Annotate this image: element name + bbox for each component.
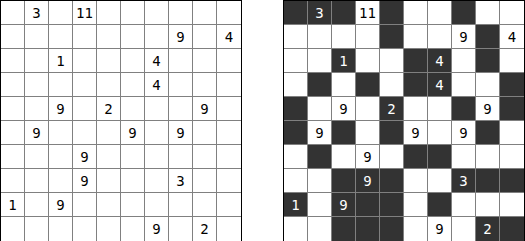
solution-cell-r8c7 — [452, 193, 476, 217]
solution-cell-r7c4 — [380, 169, 404, 193]
puzzle-cell-r1c0[interactable] — [1, 25, 25, 49]
puzzle-cell-r5c5[interactable]: 9 — [121, 121, 145, 145]
puzzle-cell-r1c2[interactable] — [49, 25, 73, 49]
puzzle-cell-r7c2[interactable] — [49, 169, 73, 193]
solution-cell-r8c2: 9 — [332, 193, 356, 217]
puzzle-cell-r7c8[interactable] — [193, 169, 217, 193]
puzzle-cell-r0c3[interactable]: 11 — [73, 1, 97, 25]
puzzle-cell-r2c3[interactable] — [73, 49, 97, 73]
solution-cell-r5c2 — [332, 121, 356, 145]
puzzle-and-solution-pair: 311941449299999931992 311941449299999931… — [0, 0, 525, 241]
puzzle-cell-r9c3[interactable] — [73, 217, 97, 241]
solution-cell-r3c8 — [476, 73, 500, 97]
puzzle-cell-r4c3[interactable] — [73, 97, 97, 121]
puzzle-cell-r9c0[interactable] — [1, 217, 25, 241]
puzzle-cell-r8c0[interactable]: 1 — [1, 193, 25, 217]
solution-cell-r3c0 — [284, 73, 308, 97]
solution-cell-r7c7: 3 — [452, 169, 476, 193]
puzzle-cell-r8c4[interactable] — [97, 193, 121, 217]
solution-cell-r2c6: 4 — [428, 49, 452, 73]
solution-cell-r4c4: 2 — [380, 97, 404, 121]
puzzle-cell-r7c4[interactable] — [97, 169, 121, 193]
puzzle-cell-r8c8[interactable] — [193, 193, 217, 217]
solution-cell-r7c2 — [332, 169, 356, 193]
puzzle-cell-r7c3[interactable]: 9 — [73, 169, 97, 193]
solution-cell-r4c1 — [308, 97, 332, 121]
puzzle-cell-r9c6[interactable]: 9 — [145, 217, 169, 241]
solution-cell-r4c6 — [428, 97, 452, 121]
solution-cell-r9c3 — [356, 217, 380, 241]
puzzle-cell-r5c1[interactable]: 9 — [25, 121, 49, 145]
puzzle-cell-r3c2[interactable] — [49, 73, 73, 97]
solution-cell-r9c2 — [332, 217, 356, 241]
solution-cell-r5c9 — [500, 121, 524, 145]
puzzle-cell-r4c1[interactable] — [25, 97, 49, 121]
solution-cell-r8c1 — [308, 193, 332, 217]
solution-cell-r0c3: 11 — [356, 1, 380, 25]
puzzle-cell-r6c2[interactable] — [49, 145, 73, 169]
solution-cell-r5c3 — [356, 121, 380, 145]
puzzle-cell-r9c8[interactable]: 2 — [193, 217, 217, 241]
puzzle-cell-r1c7[interactable]: 9 — [169, 25, 193, 49]
solution-cell-r5c8 — [476, 121, 500, 145]
puzzle-cell-r8c3[interactable] — [73, 193, 97, 217]
puzzle-cell-r4c8[interactable]: 9 — [193, 97, 217, 121]
solution-cell-r4c0 — [284, 97, 308, 121]
solution-cell-r2c0 — [284, 49, 308, 73]
puzzle-cell-r6c8[interactable] — [193, 145, 217, 169]
solution-cell-r9c7 — [452, 217, 476, 241]
solution-cell-r0c0 — [284, 1, 308, 25]
puzzle-cell-r6c9[interactable] — [217, 145, 241, 169]
solution-cell-r9c5 — [404, 217, 428, 241]
solution-cell-r6c2 — [332, 145, 356, 169]
solution-cell-r2c2: 1 — [332, 49, 356, 73]
puzzle-cell-r0c4[interactable] — [97, 1, 121, 25]
puzzle-cell-r9c2[interactable] — [49, 217, 73, 241]
puzzle-cell-r7c7[interactable]: 3 — [169, 169, 193, 193]
puzzle-cell-r2c8[interactable] — [193, 49, 217, 73]
solution-cell-r3c2 — [332, 73, 356, 97]
solution-cell-r2c9 — [500, 49, 524, 73]
puzzle-cell-r3c4[interactable] — [97, 73, 121, 97]
solution-cell-r2c8 — [476, 49, 500, 73]
solution-cell-r6c0 — [284, 145, 308, 169]
puzzle-cell-r5c2[interactable] — [49, 121, 73, 145]
puzzle-cell-r3c7[interactable] — [169, 73, 193, 97]
solution-cell-r7c0 — [284, 169, 308, 193]
puzzle-cell-r8c7[interactable] — [169, 193, 193, 217]
puzzle-cell-r1c4[interactable] — [97, 25, 121, 49]
puzzle-cell-r7c1[interactable] — [25, 169, 49, 193]
solution-cell-r4c7 — [452, 97, 476, 121]
puzzle-cell-r9c9[interactable] — [217, 217, 241, 241]
solution-cell-r1c6 — [428, 25, 452, 49]
puzzle-cell-r0c0[interactable] — [1, 1, 25, 25]
puzzle-cell-r9c4[interactable] — [97, 217, 121, 241]
puzzle-cell-r5c9[interactable] — [217, 121, 241, 145]
solution-cell-r1c1 — [308, 25, 332, 49]
puzzle-cell-r6c7[interactable] — [169, 145, 193, 169]
solution-cell-r3c4 — [380, 73, 404, 97]
puzzle-cell-r5c0[interactable] — [1, 121, 25, 145]
solution-cell-r3c1 — [308, 73, 332, 97]
solution-cell-r2c3 — [356, 49, 380, 73]
puzzle-cell-r1c9[interactable]: 4 — [217, 25, 241, 49]
puzzle-cell-r7c9[interactable] — [217, 169, 241, 193]
solution-cell-r9c4 — [380, 217, 404, 241]
puzzle-cell-r2c2[interactable]: 1 — [49, 49, 73, 73]
puzzle-cell-r8c9[interactable] — [217, 193, 241, 217]
solution-cell-r1c5 — [404, 25, 428, 49]
solution-cell-r9c6: 9 — [428, 217, 452, 241]
solution-cell-r6c8 — [476, 145, 500, 169]
solution-cell-r5c5: 9 — [404, 121, 428, 145]
solution-cell-r7c6 — [428, 169, 452, 193]
solution-cell-r6c9 — [500, 145, 524, 169]
puzzle-cell-r4c5[interactable] — [121, 97, 145, 121]
solution-cell-r9c9 — [500, 217, 524, 241]
solution-cell-r9c0 — [284, 217, 308, 241]
solution-cell-r2c5 — [404, 49, 428, 73]
solution-cell-r1c7: 9 — [452, 25, 476, 49]
solution-cell-r9c8: 2 — [476, 217, 500, 241]
solution-cell-r6c6 — [428, 145, 452, 169]
solution-cell-r0c7 — [452, 1, 476, 25]
puzzle-cell-r8c1[interactable] — [25, 193, 49, 217]
puzzle-cell-r4c0[interactable] — [1, 97, 25, 121]
puzzle-cell-r5c3[interactable] — [73, 121, 97, 145]
puzzle-cell-r6c0[interactable] — [1, 145, 25, 169]
solution-cell-r8c0: 1 — [284, 193, 308, 217]
puzzle-cell-r2c9[interactable] — [217, 49, 241, 73]
solution-cell-r6c7 — [452, 145, 476, 169]
solution-cell-r7c9 — [500, 169, 524, 193]
solution-cell-r3c5 — [404, 73, 428, 97]
puzzle-cell-r1c3[interactable] — [73, 25, 97, 49]
puzzle-cell-r3c8[interactable] — [193, 73, 217, 97]
puzzle-cell-r2c7[interactable] — [169, 49, 193, 73]
puzzle-cell-r3c0[interactable] — [1, 73, 25, 97]
puzzle-grid: 311941449299999931992 — [0, 0, 242, 241]
solution-cell-r7c8 — [476, 169, 500, 193]
puzzle-cell-r5c6[interactable] — [145, 121, 169, 145]
solution-cell-r2c1 — [308, 49, 332, 73]
solution-cell-r0c8 — [476, 1, 500, 25]
solution-cell-r5c4 — [380, 121, 404, 145]
solution-cell-r5c7: 9 — [452, 121, 476, 145]
puzzle-cell-r1c1[interactable] — [25, 25, 49, 49]
solution-cell-r7c3: 9 — [356, 169, 380, 193]
solution-cell-r5c0 — [284, 121, 308, 145]
puzzle-cell-r0c9[interactable] — [217, 1, 241, 25]
puzzle-cell-r1c8[interactable] — [193, 25, 217, 49]
solution-cell-r4c5 — [404, 97, 428, 121]
puzzle-cell-r2c4[interactable] — [97, 49, 121, 73]
puzzle-cell-r8c6[interactable] — [145, 193, 169, 217]
puzzle-cell-r4c6[interactable] — [145, 97, 169, 121]
puzzle-cell-r2c0[interactable] — [1, 49, 25, 73]
puzzle-cell-r4c9[interactable] — [217, 97, 241, 121]
puzzle-cell-r5c4[interactable] — [97, 121, 121, 145]
puzzle-cell-r7c5[interactable] — [121, 169, 145, 193]
puzzle-cell-r6c5[interactable] — [121, 145, 145, 169]
solution-cell-r7c1 — [308, 169, 332, 193]
solution-cell-r3c7 — [452, 73, 476, 97]
puzzle-cell-r3c9[interactable] — [217, 73, 241, 97]
puzzle-cell-r9c5[interactable] — [121, 217, 145, 241]
puzzle-cell-r0c6[interactable] — [145, 1, 169, 25]
puzzle-cell-r1c5[interactable] — [121, 25, 145, 49]
solution-cell-r8c3 — [356, 193, 380, 217]
solution-cell-r0c5 — [404, 1, 428, 25]
puzzle-cell-r3c1[interactable] — [25, 73, 49, 97]
solution-cell-r3c9 — [500, 73, 524, 97]
solution-cell-r2c7 — [452, 49, 476, 73]
solution-cell-r0c4 — [380, 1, 404, 25]
puzzle-cell-r8c5[interactable] — [121, 193, 145, 217]
solution-cell-r4c8: 9 — [476, 97, 500, 121]
puzzle-cell-r0c2[interactable] — [49, 1, 73, 25]
solution-cell-r1c4 — [380, 25, 404, 49]
solution-cell-r4c2: 9 — [332, 97, 356, 121]
puzzle-cell-r2c1[interactable] — [25, 49, 49, 73]
puzzle-cell-r9c7[interactable] — [169, 217, 193, 241]
puzzle-cell-r0c8[interactable] — [193, 1, 217, 25]
solution-cell-r5c1: 9 — [308, 121, 332, 145]
solution-cell-r3c3 — [356, 73, 380, 97]
solution-cell-r4c9 — [500, 97, 524, 121]
solution-cell-r0c9 — [500, 1, 524, 25]
solution-cell-r5c6 — [428, 121, 452, 145]
solution-cell-r2c4 — [380, 49, 404, 73]
solution-cell-r1c9: 4 — [500, 25, 524, 49]
solution-cell-r6c5 — [404, 145, 428, 169]
puzzle-cell-r6c3[interactable]: 9 — [73, 145, 97, 169]
puzzle-cell-r3c6[interactable]: 4 — [145, 73, 169, 97]
solution-cell-r8c5 — [404, 193, 428, 217]
puzzle-cell-r3c5[interactable] — [121, 73, 145, 97]
solution-cell-r0c1: 3 — [308, 1, 332, 25]
solution-cell-r7c5 — [404, 169, 428, 193]
solution-cell-r0c2 — [332, 1, 356, 25]
puzzle-cell-r7c6[interactable] — [145, 169, 169, 193]
solution-cell-r1c0 — [284, 25, 308, 49]
solution-cell-r6c4 — [380, 145, 404, 169]
puzzle-cell-r6c6[interactable] — [145, 145, 169, 169]
puzzle-cell-r0c1[interactable]: 3 — [25, 1, 49, 25]
solution-cell-r1c8 — [476, 25, 500, 49]
solution-grid: 311941449299999931992 — [283, 0, 525, 241]
puzzle-cell-r5c8[interactable] — [193, 121, 217, 145]
solution-cell-r1c3 — [356, 25, 380, 49]
puzzle-cell-r0c5[interactable] — [121, 1, 145, 25]
puzzle-cell-r4c4[interactable]: 2 — [97, 97, 121, 121]
puzzle-cell-r6c1[interactable] — [25, 145, 49, 169]
solution-cell-r8c4 — [380, 193, 404, 217]
puzzle-cell-r9c1[interactable] — [25, 217, 49, 241]
puzzle-cell-r1c6[interactable] — [145, 25, 169, 49]
solution-cell-r1c2 — [332, 25, 356, 49]
puzzle-cell-r8c2[interactable]: 9 — [49, 193, 73, 217]
puzzle-cell-r4c2[interactable]: 9 — [49, 97, 73, 121]
solution-cell-r4c3 — [356, 97, 380, 121]
solution-cell-r8c6 — [428, 193, 452, 217]
solution-cell-r6c3: 9 — [356, 145, 380, 169]
solution-cell-r3c6: 4 — [428, 73, 452, 97]
puzzle-cell-r4c7[interactable] — [169, 97, 193, 121]
solution-cell-r6c1 — [308, 145, 332, 169]
puzzle-cell-r3c3[interactable] — [73, 73, 97, 97]
puzzle-cell-r5c7[interactable]: 9 — [169, 121, 193, 145]
solution-cell-r8c9 — [500, 193, 524, 217]
solution-cell-r8c8 — [476, 193, 500, 217]
solution-cell-r0c6 — [428, 1, 452, 25]
puzzle-cell-r0c7[interactable] — [169, 1, 193, 25]
solution-cell-r9c1 — [308, 217, 332, 241]
puzzle-cell-r2c5[interactable] — [121, 49, 145, 73]
puzzle-cell-r7c0[interactable] — [1, 169, 25, 193]
puzzle-cell-r2c6[interactable]: 4 — [145, 49, 169, 73]
puzzle-cell-r6c4[interactable] — [97, 145, 121, 169]
